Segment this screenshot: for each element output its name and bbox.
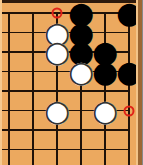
board-point[interactable] (21, 120, 45, 140)
board-point[interactable] (21, 81, 45, 101)
board-point[interactable]: ● (93, 62, 117, 82)
board-point[interactable]: ● (69, 42, 93, 62)
board-frame-top (0, 0, 142, 3)
board-point[interactable] (0, 62, 21, 82)
board-point[interactable] (69, 140, 93, 160)
board-point[interactable]: ● (69, 3, 93, 23)
board-point[interactable] (0, 101, 21, 121)
board-point[interactable]: ● (69, 23, 93, 43)
board-point[interactable] (0, 120, 21, 140)
red-circle-marker (52, 8, 63, 19)
board-grid: ●●●○●●○●●●○●●●○●○ (0, 3, 141, 159)
go-board: ●●●○●●○●●●○●●●○●○ (0, 0, 142, 165)
board-point[interactable] (93, 3, 117, 23)
board-point[interactable]: ●○ (45, 23, 69, 43)
board-point[interactable] (21, 42, 45, 62)
board-point[interactable] (0, 42, 21, 62)
board-point[interactable] (93, 120, 117, 140)
board-point[interactable] (93, 23, 117, 43)
board-point[interactable] (21, 101, 45, 121)
board-point[interactable] (69, 101, 93, 121)
board-point[interactable] (45, 3, 69, 23)
board-point[interactable] (0, 81, 21, 101)
board-point[interactable] (21, 3, 45, 23)
board-point[interactable] (21, 23, 45, 43)
board-point[interactable]: ●○ (45, 101, 69, 121)
board-point[interactable] (69, 81, 93, 101)
board-point[interactable] (45, 120, 69, 140)
board-point[interactable] (93, 81, 117, 101)
board-frame-left-highlight (0, 0, 2, 165)
board-point[interactable] (69, 120, 93, 140)
board-point[interactable]: ● (93, 42, 117, 62)
board-point[interactable] (0, 140, 21, 160)
board-point[interactable]: ●○ (93, 101, 117, 121)
board-point[interactable] (45, 62, 69, 82)
board-point[interactable] (0, 23, 21, 43)
board-point[interactable] (0, 3, 21, 23)
board-point[interactable]: ●○ (45, 42, 69, 62)
board-point[interactable] (21, 140, 45, 160)
board-point[interactable] (93, 140, 117, 160)
board-point[interactable] (45, 81, 69, 101)
board-point[interactable] (21, 62, 45, 82)
board-point[interactable]: ●○ (69, 62, 93, 82)
red-circle-marker (124, 105, 135, 116)
board-point[interactable] (45, 140, 69, 160)
board-side-edge (138, 0, 143, 165)
